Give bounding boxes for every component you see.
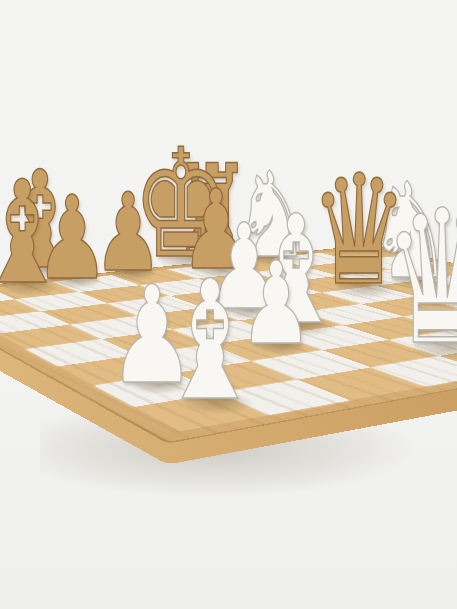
white-bishop-b2: ♝ <box>157 259 264 424</box>
pieces-layer: ♜♞♚♝♟♟♟♞♝♛♟♝♟♛♟♝ <box>0 0 457 609</box>
white-queen-g2: ♛ <box>382 186 457 371</box>
wood-bishop-a7: ♝ <box>0 162 68 304</box>
product-photo-stage: ♜♞♚♝♟♟♟♞♝♛♟♝♟♛♟♝ <box>0 0 457 609</box>
